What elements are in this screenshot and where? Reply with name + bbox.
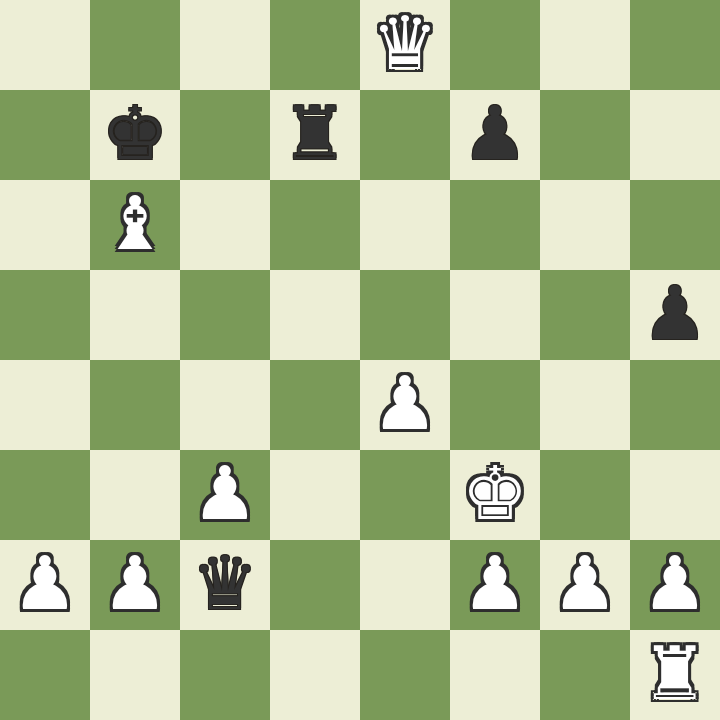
square-c8[interactable] bbox=[180, 0, 270, 90]
white-pawn[interactable]: ♟ bbox=[372, 358, 438, 448]
white-queen[interactable]: ♛ bbox=[372, 0, 438, 88]
square-h6[interactable] bbox=[630, 180, 720, 270]
square-c2[interactable]: ♛ bbox=[180, 540, 270, 630]
white-pawn[interactable]: ♟ bbox=[462, 538, 528, 628]
square-g6[interactable] bbox=[540, 180, 630, 270]
square-d2[interactable] bbox=[270, 540, 360, 630]
white-pawn[interactable]: ♟ bbox=[192, 448, 258, 538]
square-a4[interactable] bbox=[0, 360, 90, 450]
square-e7[interactable] bbox=[360, 90, 450, 180]
square-a1[interactable] bbox=[0, 630, 90, 720]
square-c1[interactable] bbox=[180, 630, 270, 720]
square-f2[interactable]: ♟ bbox=[450, 540, 540, 630]
square-g4[interactable] bbox=[540, 360, 630, 450]
square-h2[interactable]: ♟ bbox=[630, 540, 720, 630]
square-a2[interactable]: ♟ bbox=[0, 540, 90, 630]
square-d6[interactable] bbox=[270, 180, 360, 270]
square-b8[interactable] bbox=[90, 0, 180, 90]
square-d4[interactable] bbox=[270, 360, 360, 450]
square-b3[interactable] bbox=[90, 450, 180, 540]
square-f4[interactable] bbox=[450, 360, 540, 450]
square-d7[interactable]: ♜ bbox=[270, 90, 360, 180]
square-c4[interactable] bbox=[180, 360, 270, 450]
square-g7[interactable] bbox=[540, 90, 630, 180]
square-e6[interactable] bbox=[360, 180, 450, 270]
square-g3[interactable] bbox=[540, 450, 630, 540]
square-a3[interactable] bbox=[0, 450, 90, 540]
square-h8[interactable] bbox=[630, 0, 720, 90]
square-h3[interactable] bbox=[630, 450, 720, 540]
black-pawn[interactable]: ♟ bbox=[462, 88, 528, 178]
square-a8[interactable] bbox=[0, 0, 90, 90]
square-b1[interactable] bbox=[90, 630, 180, 720]
square-g5[interactable] bbox=[540, 270, 630, 360]
chess-board: ♛♚♜♟♝♟♟♟♚♟♟♛♟♟♟♜ bbox=[0, 0, 720, 720]
white-pawn[interactable]: ♟ bbox=[642, 538, 708, 628]
square-d3[interactable] bbox=[270, 450, 360, 540]
square-c5[interactable] bbox=[180, 270, 270, 360]
white-pawn[interactable]: ♟ bbox=[552, 538, 618, 628]
square-d5[interactable] bbox=[270, 270, 360, 360]
square-g1[interactable] bbox=[540, 630, 630, 720]
square-g8[interactable] bbox=[540, 0, 630, 90]
square-f8[interactable] bbox=[450, 0, 540, 90]
white-bishop[interactable]: ♝ bbox=[102, 178, 168, 268]
black-rook[interactable]: ♜ bbox=[282, 88, 348, 178]
white-pawn[interactable]: ♟ bbox=[102, 538, 168, 628]
square-b2[interactable]: ♟ bbox=[90, 540, 180, 630]
square-f1[interactable] bbox=[450, 630, 540, 720]
white-rook[interactable]: ♜ bbox=[642, 628, 708, 718]
square-e2[interactable] bbox=[360, 540, 450, 630]
square-h7[interactable] bbox=[630, 90, 720, 180]
square-h4[interactable] bbox=[630, 360, 720, 450]
square-g2[interactable]: ♟ bbox=[540, 540, 630, 630]
square-e3[interactable] bbox=[360, 450, 450, 540]
white-pawn[interactable]: ♟ bbox=[12, 538, 78, 628]
black-pawn[interactable]: ♟ bbox=[642, 268, 708, 358]
square-b6[interactable]: ♝ bbox=[90, 180, 180, 270]
square-f7[interactable]: ♟ bbox=[450, 90, 540, 180]
square-f6[interactable] bbox=[450, 180, 540, 270]
square-b7[interactable]: ♚ bbox=[90, 90, 180, 180]
square-e5[interactable] bbox=[360, 270, 450, 360]
square-e4[interactable]: ♟ bbox=[360, 360, 450, 450]
black-queen[interactable]: ♛ bbox=[192, 538, 258, 628]
square-f3[interactable]: ♚ bbox=[450, 450, 540, 540]
black-king[interactable]: ♚ bbox=[102, 88, 168, 178]
square-e1[interactable] bbox=[360, 630, 450, 720]
square-b5[interactable] bbox=[90, 270, 180, 360]
square-d1[interactable] bbox=[270, 630, 360, 720]
square-a6[interactable] bbox=[0, 180, 90, 270]
square-c3[interactable]: ♟ bbox=[180, 450, 270, 540]
square-b4[interactable] bbox=[90, 360, 180, 450]
square-c6[interactable] bbox=[180, 180, 270, 270]
square-f5[interactable] bbox=[450, 270, 540, 360]
square-e8[interactable]: ♛ bbox=[360, 0, 450, 90]
square-h5[interactable]: ♟ bbox=[630, 270, 720, 360]
square-a5[interactable] bbox=[0, 270, 90, 360]
square-a7[interactable] bbox=[0, 90, 90, 180]
square-h1[interactable]: ♜ bbox=[630, 630, 720, 720]
square-c7[interactable] bbox=[180, 90, 270, 180]
square-d8[interactable] bbox=[270, 0, 360, 90]
white-king[interactable]: ♚ bbox=[462, 448, 528, 538]
